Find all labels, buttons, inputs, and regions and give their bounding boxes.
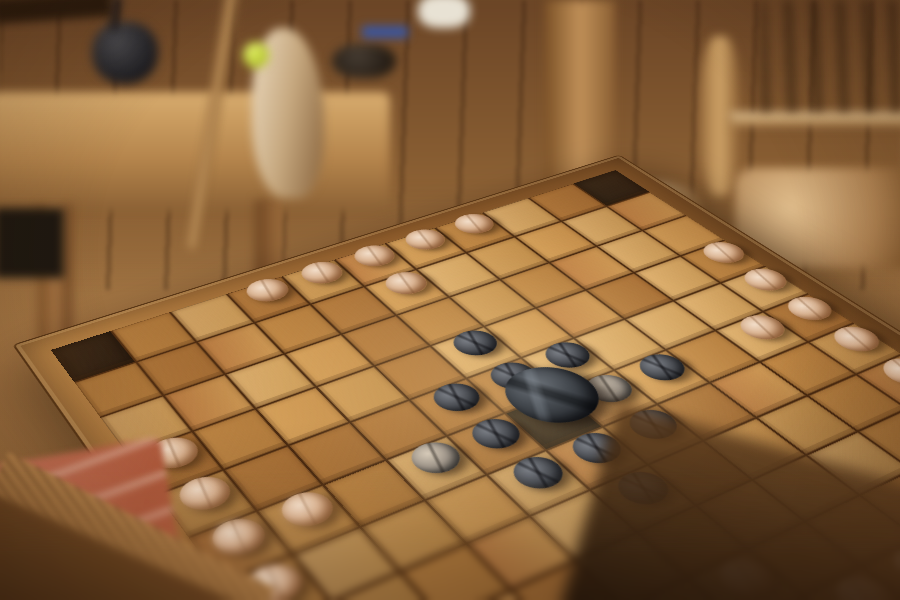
shadow-patch [0,208,64,278]
defender-stone[interactable] [631,350,694,386]
dark-bowl [332,44,396,78]
green-ball [243,42,269,68]
attacker-stone[interactable] [448,211,501,237]
blue-object [362,26,408,38]
black-pot [92,22,158,84]
hanging-tools [762,0,900,112]
workshop-photo [0,0,900,600]
attacker-stone[interactable] [240,275,295,306]
attacker-stone[interactable] [779,293,839,325]
square-g10[interactable] [417,253,498,296]
pale-object [418,0,470,28]
wall-shelf [730,112,900,126]
attacker-stone[interactable] [732,311,793,344]
defender-stone[interactable] [620,405,686,445]
